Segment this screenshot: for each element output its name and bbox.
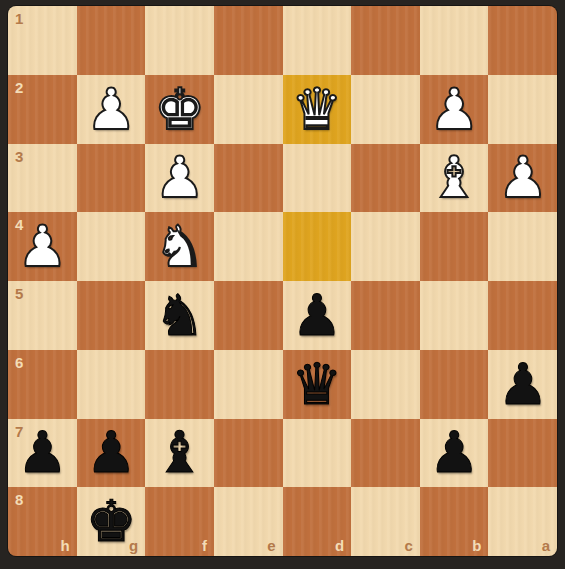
square-h4[interactable]: ♟4 — [8, 212, 77, 281]
black-pawn[interactable]: ♟ — [77, 419, 146, 488]
rank-label-3: 3 — [15, 148, 23, 165]
square-e6[interactable] — [214, 350, 283, 419]
square-a7[interactable] — [488, 419, 557, 488]
square-g6[interactable] — [77, 350, 146, 419]
rank-label-5: 5 — [15, 285, 23, 302]
square-b2[interactable]: ♟ — [420, 75, 489, 144]
chess-board: 12♟♚♛♟3♟♝♟♟4♞5♞♟6♛♟♟7♟♝♟8h♚gfedcba — [8, 6, 557, 556]
square-g2[interactable]: ♟ — [77, 75, 146, 144]
square-c4[interactable] — [351, 212, 420, 281]
white-queen[interactable]: ♛ — [283, 75, 352, 144]
square-e1[interactable] — [214, 6, 283, 75]
black-queen[interactable]: ♛ — [283, 350, 352, 419]
square-g4[interactable] — [77, 212, 146, 281]
square-c3[interactable] — [351, 144, 420, 213]
square-a6[interactable]: ♟ — [488, 350, 557, 419]
rank-label-7: 7 — [15, 423, 23, 440]
file-label-e: e — [267, 537, 275, 554]
file-label-d: d — [335, 537, 344, 554]
black-knight[interactable]: ♞ — [145, 281, 214, 350]
square-d4[interactable] — [283, 212, 352, 281]
square-e8[interactable]: e — [214, 487, 283, 556]
square-f7[interactable]: ♝ — [145, 419, 214, 488]
square-c1[interactable] — [351, 6, 420, 75]
file-label-g: g — [129, 537, 138, 554]
square-b4[interactable] — [420, 212, 489, 281]
square-d7[interactable] — [283, 419, 352, 488]
square-a3[interactable]: ♟ — [488, 144, 557, 213]
square-b3[interactable]: ♝ — [420, 144, 489, 213]
square-b1[interactable] — [420, 6, 489, 75]
square-g7[interactable]: ♟ — [77, 419, 146, 488]
white-bishop[interactable]: ♝ — [420, 144, 489, 213]
square-c7[interactable] — [351, 419, 420, 488]
square-h1[interactable]: 1 — [8, 6, 77, 75]
square-f8[interactable]: f — [145, 487, 214, 556]
square-f5[interactable]: ♞ — [145, 281, 214, 350]
square-d2[interactable]: ♛ — [283, 75, 352, 144]
square-e2[interactable] — [214, 75, 283, 144]
file-label-a: a — [542, 537, 550, 554]
rank-label-1: 1 — [15, 10, 23, 27]
white-pawn[interactable]: ♟ — [488, 144, 557, 213]
black-pawn[interactable]: ♟ — [420, 419, 489, 488]
square-b5[interactable] — [420, 281, 489, 350]
rank-label-4: 4 — [15, 216, 23, 233]
square-e3[interactable] — [214, 144, 283, 213]
black-pawn[interactable]: ♟ — [488, 350, 557, 419]
square-a8[interactable]: a — [488, 487, 557, 556]
white-pawn[interactable]: ♟ — [145, 144, 214, 213]
file-label-b: b — [472, 537, 481, 554]
square-d3[interactable] — [283, 144, 352, 213]
file-label-h: h — [60, 537, 69, 554]
white-king[interactable]: ♚ — [145, 75, 214, 144]
rank-label-6: 6 — [15, 354, 23, 371]
square-e4[interactable] — [214, 212, 283, 281]
square-f3[interactable]: ♟ — [145, 144, 214, 213]
square-h6[interactable]: 6 — [8, 350, 77, 419]
square-f4[interactable]: ♞ — [145, 212, 214, 281]
square-c8[interactable]: c — [351, 487, 420, 556]
square-b6[interactable] — [420, 350, 489, 419]
square-a1[interactable] — [488, 6, 557, 75]
black-pawn[interactable]: ♟ — [283, 281, 352, 350]
square-e5[interactable] — [214, 281, 283, 350]
square-c6[interactable] — [351, 350, 420, 419]
square-c2[interactable] — [351, 75, 420, 144]
square-g3[interactable] — [77, 144, 146, 213]
square-h3[interactable]: 3 — [8, 144, 77, 213]
square-a5[interactable] — [488, 281, 557, 350]
black-bishop[interactable]: ♝ — [145, 419, 214, 488]
square-a2[interactable] — [488, 75, 557, 144]
square-h7[interactable]: ♟7 — [8, 419, 77, 488]
white-pawn[interactable]: ♟ — [420, 75, 489, 144]
square-b8[interactable]: b — [420, 487, 489, 556]
square-e7[interactable] — [214, 419, 283, 488]
white-knight[interactable]: ♞ — [145, 212, 214, 281]
square-g8[interactable]: ♚g — [77, 487, 146, 556]
square-a4[interactable] — [488, 212, 557, 281]
square-b7[interactable]: ♟ — [420, 419, 489, 488]
square-d5[interactable]: ♟ — [283, 281, 352, 350]
rank-label-2: 2 — [15, 79, 23, 96]
square-h2[interactable]: 2 — [8, 75, 77, 144]
square-d6[interactable]: ♛ — [283, 350, 352, 419]
chess-app-background: 12♟♚♛♟3♟♝♟♟4♞5♞♟6♛♟♟7♟♝♟8h♚gfedcba — [0, 0, 565, 569]
square-f1[interactable] — [145, 6, 214, 75]
square-d8[interactable]: d — [283, 487, 352, 556]
square-c5[interactable] — [351, 281, 420, 350]
square-f6[interactable] — [145, 350, 214, 419]
file-label-f: f — [202, 537, 207, 554]
white-pawn[interactable]: ♟ — [77, 75, 146, 144]
square-d1[interactable] — [283, 6, 352, 75]
square-f2[interactable]: ♚ — [145, 75, 214, 144]
square-g5[interactable] — [77, 281, 146, 350]
rank-label-8: 8 — [15, 491, 23, 508]
square-g1[interactable] — [77, 6, 146, 75]
file-label-c: c — [404, 537, 412, 554]
square-h8[interactable]: 8h — [8, 487, 77, 556]
square-h5[interactable]: 5 — [8, 281, 77, 350]
